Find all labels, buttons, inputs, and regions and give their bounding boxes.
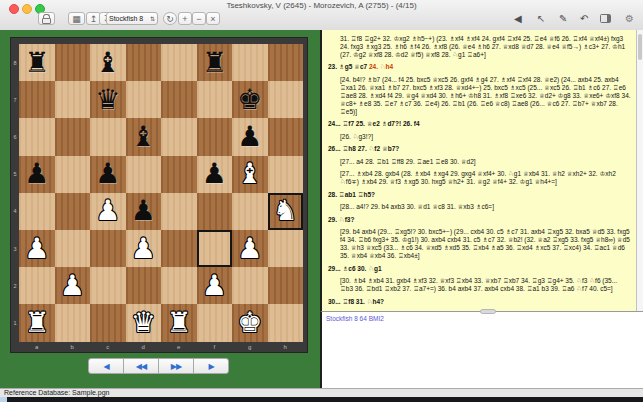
square-c3[interactable] xyxy=(90,230,126,267)
square-b5[interactable] xyxy=(55,156,91,193)
window-chrome: Tseshkovsky, V (2645) - Morozevich, A (2… xyxy=(0,0,643,31)
share-icon: ↥ xyxy=(90,14,98,24)
window-bottom-edge xyxy=(0,397,643,402)
square-b6[interactable] xyxy=(55,118,91,155)
engine-select[interactable]: Stockfish 8 ⇅ xyxy=(106,12,158,25)
square-f4[interactable] xyxy=(197,193,233,230)
white-bishop-piece: ♝ xyxy=(232,156,268,193)
rank-label-7: 7 xyxy=(11,81,19,118)
square-f2[interactable]: ♟ xyxy=(197,267,233,304)
variation-moves[interactable]: [30. ♗b4 ♗xb4 31. gxb4 ♗xf3 32. ♕xf3 ♖xb… xyxy=(340,277,631,293)
rank-label-6: 6 xyxy=(11,118,19,155)
square-f5[interactable]: ♟ xyxy=(197,156,233,193)
file-label-a: a xyxy=(19,342,55,352)
white-pawn-piece: ♟ xyxy=(126,230,162,267)
square-f6[interactable] xyxy=(197,118,233,155)
rank-label-4: 4 xyxy=(11,193,19,230)
rank-label-1: 1 xyxy=(11,304,19,341)
mainline-moves[interactable]: 23. ♗g5 ♕c7 24. ♘h4 xyxy=(328,63,631,71)
status-bar: Reference Database: Sample.pgn xyxy=(0,388,643,397)
notation-pane[interactable]: 31. ♖f8 ♖g2+ 32. ♔xg2 ♗h5−+) (23. ♗xf4 ♗… xyxy=(320,30,643,311)
square-a1[interactable]: ♜ xyxy=(19,304,55,341)
mainline-moves[interactable]: 28. ♖ab1 ♖h5? xyxy=(328,191,631,199)
black-bishop-piece: ♝ xyxy=(90,44,126,81)
square-c5[interactable]: ♟ xyxy=(90,156,126,193)
rank-label-5: 5 xyxy=(11,156,19,193)
square-g5[interactable]: ♝ xyxy=(232,156,268,193)
rank-label-3: 3 xyxy=(11,230,19,267)
board-panel: 87654321 ♜♝♜♛♚♝♟♟♟♟♝♟♟♞♟♟♟♟♟♜♛♜♚ abcdefg… xyxy=(0,30,320,388)
square-d5[interactable] xyxy=(126,156,162,193)
variation-moves[interactable]: [26. ♘g3!?] xyxy=(340,133,631,141)
lock-icon xyxy=(42,14,51,24)
minus-icon: − xyxy=(196,14,201,24)
square-b1[interactable] xyxy=(55,304,91,341)
black-pawn-piece: ♟ xyxy=(126,193,162,230)
current-move[interactable]: 24. ♘h4 xyxy=(369,63,393,70)
file-label-c: c xyxy=(90,342,126,352)
square-f8[interactable]: ♜ xyxy=(197,44,233,81)
scrollbar-thumb[interactable] xyxy=(638,34,642,60)
square-g2[interactable] xyxy=(232,267,268,304)
square-d4[interactable]: ♟ xyxy=(126,193,162,230)
white-pawn-piece: ♟ xyxy=(90,193,126,230)
splitter-handle[interactable] xyxy=(480,309,496,314)
remove-engine-button[interactable]: − xyxy=(192,12,206,25)
square-e4[interactable] xyxy=(161,193,197,230)
rank-label-8: 8 xyxy=(11,44,19,81)
notation-scrollbar[interactable] xyxy=(636,30,643,311)
square-c6[interactable] xyxy=(90,118,126,155)
square-g3[interactable]: ♟ xyxy=(232,230,268,267)
square-h4[interactable]: ♞ xyxy=(268,193,304,230)
square-e2[interactable] xyxy=(161,267,197,304)
white-rook-piece: ♜ xyxy=(161,304,197,341)
white-rook-piece: ♜ xyxy=(19,304,55,341)
mainline-moves[interactable]: 26... ♖h8 27. ♘f2 ♕b7? xyxy=(328,145,631,153)
square-e6[interactable] xyxy=(161,118,197,155)
fast-back-button[interactable]: ◀◀ xyxy=(123,358,159,374)
square-h5[interactable] xyxy=(268,156,304,193)
variation-moves[interactable]: 31. ♖f8 ♖g2+ 32. ♔xg2 ♗h5−+) (23. ♗xf4 ♗… xyxy=(340,35,631,59)
chess-app-window: Tseshkovsky, V (2645) - Morozevich, A (2… xyxy=(0,0,643,402)
white-queen-piece: ♛ xyxy=(126,304,162,341)
square-e7[interactable] xyxy=(161,81,197,118)
square-d1[interactable]: ♛ xyxy=(126,304,162,341)
white-knight-piece: ♞ xyxy=(268,193,304,230)
white-king-piece: ♚ xyxy=(232,304,268,341)
variation-moves[interactable]: [27... a4 28. ♖b1 ♖ff8 29. ♖ae1 ♖e8 30. … xyxy=(340,158,631,166)
file-label-h: h xyxy=(268,342,304,352)
file-label-f: f xyxy=(197,342,233,352)
square-a5[interactable]: ♟ xyxy=(19,156,55,193)
square-h7[interactable] xyxy=(268,81,304,118)
square-g7[interactable]: ♚ xyxy=(232,81,268,118)
cursor-icon[interactable]: ↖ xyxy=(537,13,545,25)
add-engine-button[interactable]: + xyxy=(178,12,192,25)
variation-moves[interactable]: [28... a4!? 29. b4 axb3 30. ♕d1 ♕c8 31. … xyxy=(340,203,631,211)
file-label-g: g xyxy=(232,342,268,352)
close-window-button[interactable] xyxy=(9,4,19,14)
square-e5[interactable] xyxy=(161,156,197,193)
gear-icon[interactable]: ⚙ xyxy=(625,13,634,25)
engine-pane: Stockfish 8 64 BMI2 xyxy=(320,311,643,388)
square-c4[interactable]: ♟ xyxy=(90,193,126,230)
black-pawn-piece: ♟ xyxy=(19,156,55,193)
board-edit-icon: ▦ xyxy=(72,14,81,24)
engine-select-label: Stockfish 8 xyxy=(109,15,150,22)
square-a7[interactable] xyxy=(19,81,55,118)
panel-toggle-icon[interactable] xyxy=(600,14,611,23)
square-e8[interactable] xyxy=(161,44,197,81)
white-pawn-piece: ♟ xyxy=(232,230,268,267)
square-g4[interactable] xyxy=(232,193,268,230)
corner-accent xyxy=(0,397,7,402)
square-h8[interactable] xyxy=(268,44,304,81)
undo-icon[interactable]: ↶ xyxy=(580,13,588,25)
white-pawn-piece: ♟ xyxy=(19,230,55,267)
square-h1[interactable] xyxy=(268,304,304,341)
window-title: Tseshkovsky, V (2645) - Morozevich, A (2… xyxy=(60,1,583,10)
square-b8[interactable] xyxy=(55,44,91,81)
white-pawn-piece: ♟ xyxy=(55,267,91,304)
square-f1[interactable] xyxy=(197,304,233,341)
reference-database-label: Reference Database: Sample.pgn xyxy=(4,389,109,396)
chess-board: 87654321 ♜♝♜♛♚♝♟♟♟♟♝♟♟♞♟♟♟♟♟♜♛♜♚ abcdefg… xyxy=(10,37,308,353)
square-g8[interactable] xyxy=(232,44,268,81)
square-g6[interactable]: ♟ xyxy=(232,118,268,155)
black-rook-piece: ♜ xyxy=(19,44,55,81)
board-squares: ♜♝♜♛♚♝♟♟♟♟♝♟♟♞♟♟♟♟♟♜♛♜♚ xyxy=(19,44,303,342)
square-c7[interactable]: ♛ xyxy=(90,81,126,118)
file-label-d: d xyxy=(126,342,162,352)
square-e3[interactable] xyxy=(161,230,197,267)
square-d3[interactable]: ♟ xyxy=(126,230,162,267)
engine-id-text[interactable]: Stockfish 8 64 BMI2 xyxy=(326,315,639,322)
back-button[interactable]: ◀ xyxy=(88,358,124,374)
square-b7[interactable] xyxy=(55,81,91,118)
square-a2[interactable] xyxy=(19,267,55,304)
black-pawn-piece: ♟ xyxy=(232,118,268,155)
mainline-moves[interactable]: 29. ♘f3? xyxy=(328,216,631,224)
square-g1[interactable]: ♚ xyxy=(232,304,268,341)
mainline-moves[interactable]: 24... ♖f7 25. ♕e2 ♗d7?! 26. f4 xyxy=(328,120,631,128)
black-pawn-piece: ♟ xyxy=(90,156,126,193)
square-d7[interactable] xyxy=(126,81,162,118)
mainline-moves[interactable]: 30... ♖f8 31. ♘h4? xyxy=(328,298,631,306)
file-label-e: e xyxy=(161,342,197,352)
square-a6[interactable] xyxy=(19,118,55,155)
rank-label-2: 2 xyxy=(11,267,19,304)
square-d2[interactable] xyxy=(126,267,162,304)
white-pawn-piece: ♟ xyxy=(197,267,233,304)
square-b3[interactable] xyxy=(55,230,91,267)
black-queen-piece: ♛ xyxy=(90,81,126,118)
square-a4[interactable] xyxy=(19,193,55,230)
black-bishop-piece: ♝ xyxy=(126,118,162,155)
square-h2[interactable] xyxy=(268,267,304,304)
square-e1[interactable]: ♜ xyxy=(161,304,197,341)
analysis-panel: 31. ♖f8 ♖g2+ 32. ♔xg2 ♗h5−+) (23. ♗xf4 ♗… xyxy=(320,30,643,388)
refresh-icon: ↻ xyxy=(166,14,174,24)
square-c1[interactable] xyxy=(90,304,126,341)
square-h6[interactable] xyxy=(268,118,304,155)
square-b4[interactable] xyxy=(55,193,91,230)
stop-engine-button[interactable]: × xyxy=(206,12,220,25)
square-c2[interactable] xyxy=(90,267,126,304)
square-h3[interactable] xyxy=(268,230,304,267)
close-icon: × xyxy=(210,14,215,24)
takeback-icon[interactable]: ◀ xyxy=(514,13,522,25)
black-king-piece: ♚ xyxy=(232,81,268,118)
file-label-b: b xyxy=(55,342,91,352)
square-d8[interactable] xyxy=(126,44,162,81)
variation-moves[interactable]: [27... ♗xb4 28. gxb4 (28. ♗xb4 ♗xg4 29. … xyxy=(340,170,631,186)
select-arrows-icon: ⇅ xyxy=(150,15,155,22)
refresh-engine-button[interactable]: ↻ xyxy=(163,12,177,25)
mainline-moves[interactable]: 29... ♗c6 30. ♘g1 xyxy=(328,265,631,273)
variation-moves[interactable]: [24. b4!? ♗b7 (24... f4 25. bxc5 ♕xc5 26… xyxy=(340,76,631,116)
game-navigation: ◀◀◀▶▶▶ xyxy=(88,358,228,374)
square-d6[interactable]: ♝ xyxy=(126,118,162,155)
pencil-icon[interactable]: ✎ xyxy=(559,13,567,25)
forward-button[interactable]: ▶ xyxy=(193,358,229,374)
square-f3[interactable] xyxy=(197,230,233,267)
square-c8[interactable]: ♝ xyxy=(90,44,126,81)
plus-icon: + xyxy=(182,14,187,24)
black-rook-piece: ♜ xyxy=(197,44,233,81)
fast-forward-button[interactable]: ▶▶ xyxy=(158,358,194,374)
minimize-window-button[interactable] xyxy=(22,4,32,14)
black-pawn-piece: ♟ xyxy=(197,156,233,193)
variation-moves[interactable]: [29. b4 axb4 (29... ♖xg5!? 30. bxc5+−) (… xyxy=(340,228,631,260)
square-b2[interactable]: ♟ xyxy=(55,267,91,304)
square-a3[interactable]: ♟ xyxy=(19,230,55,267)
board-setup-button[interactable]: ▦ xyxy=(68,12,85,25)
square-f7[interactable] xyxy=(197,81,233,118)
lock-button[interactable] xyxy=(38,12,55,25)
square-a8[interactable]: ♜ xyxy=(19,44,55,81)
